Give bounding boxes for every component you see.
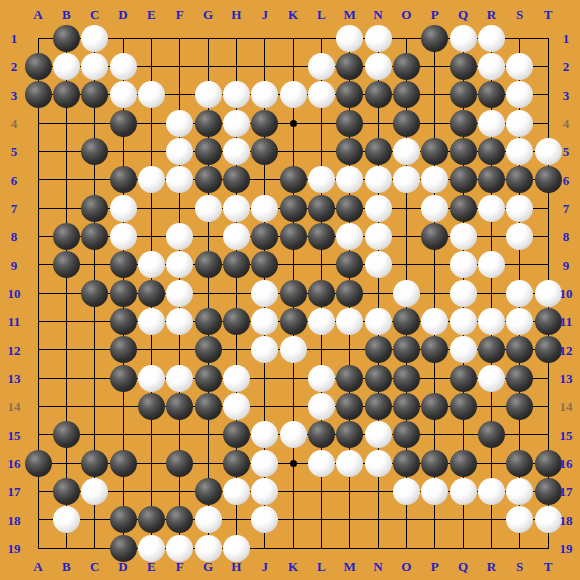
row-label-right-7: 7	[563, 202, 570, 215]
black-stone-N12	[365, 336, 392, 363]
white-stone-J16	[251, 450, 278, 477]
black-stone-R6	[478, 166, 505, 193]
black-stone-Q2	[450, 53, 477, 80]
black-stone-C8	[81, 223, 108, 250]
black-stone-Q6	[450, 166, 477, 193]
black-stone-D9	[110, 251, 137, 278]
white-stone-C2	[81, 53, 108, 80]
col-label-top-C: C	[90, 8, 99, 21]
white-stone-L6	[308, 166, 335, 193]
white-stone-S10	[506, 280, 533, 307]
row-label-left-16: 16	[8, 457, 21, 470]
white-stone-P6	[421, 166, 448, 193]
col-label-top-M: M	[344, 8, 356, 21]
black-stone-Q3	[450, 81, 477, 108]
white-stone-J10	[251, 280, 278, 307]
black-stone-M10	[336, 280, 363, 307]
white-stone-S7	[506, 195, 533, 222]
white-stone-S11	[506, 308, 533, 335]
white-stone-M1	[336, 25, 363, 52]
black-stone-G6	[195, 166, 222, 193]
white-stone-E11	[138, 308, 165, 335]
col-label-top-A: A	[33, 8, 42, 21]
row-label-left-15: 15	[8, 428, 21, 441]
col-label-top-N: N	[373, 8, 382, 21]
black-stone-P5	[421, 138, 448, 165]
black-stone-O14	[393, 393, 420, 420]
black-stone-O12	[393, 336, 420, 363]
black-stone-D4	[110, 110, 137, 137]
col-label-top-K: K	[288, 8, 298, 21]
white-stone-J17	[251, 478, 278, 505]
black-stone-T17	[535, 478, 562, 505]
black-stone-P8	[421, 223, 448, 250]
col-label-top-D: D	[118, 8, 127, 21]
row-label-right-14: 14	[560, 400, 573, 413]
row-label-left-8: 8	[11, 230, 18, 243]
black-stone-Q4	[450, 110, 477, 137]
white-stone-F4	[166, 110, 193, 137]
black-stone-J4	[251, 110, 278, 137]
black-stone-J8	[251, 223, 278, 250]
black-stone-D11	[110, 308, 137, 335]
black-stone-J9	[251, 251, 278, 278]
black-stone-S14	[506, 393, 533, 420]
white-stone-T5	[535, 138, 562, 165]
white-stone-J3	[251, 81, 278, 108]
row-label-left-6: 6	[11, 173, 18, 186]
white-stone-B18	[53, 506, 80, 533]
black-stone-P14	[421, 393, 448, 420]
col-label-bottom-K: K	[288, 560, 298, 573]
white-stone-S17	[506, 478, 533, 505]
black-stone-C3	[81, 81, 108, 108]
white-stone-O6	[393, 166, 420, 193]
white-stone-T10	[535, 280, 562, 307]
white-stone-K12	[280, 336, 307, 363]
black-stone-D6	[110, 166, 137, 193]
black-stone-Q5	[450, 138, 477, 165]
white-stone-Q9	[450, 251, 477, 278]
col-label-top-R: R	[487, 8, 496, 21]
col-label-bottom-O: O	[401, 560, 411, 573]
row-label-right-19: 19	[560, 542, 573, 555]
white-stone-M8	[336, 223, 363, 250]
col-label-bottom-C: C	[90, 560, 99, 573]
white-stone-R2	[478, 53, 505, 80]
black-stone-O13	[393, 365, 420, 392]
row-label-right-13: 13	[560, 372, 573, 385]
black-stone-P16	[421, 450, 448, 477]
row-label-right-3: 3	[563, 88, 570, 101]
row-label-right-15: 15	[560, 428, 573, 441]
white-stone-D2	[110, 53, 137, 80]
black-stone-S6	[506, 166, 533, 193]
white-stone-N9	[365, 251, 392, 278]
white-stone-K3	[280, 81, 307, 108]
white-stone-N2	[365, 53, 392, 80]
black-stone-O2	[393, 53, 420, 80]
black-stone-H16	[223, 450, 250, 477]
star-point-K4	[290, 120, 297, 127]
white-stone-H5	[223, 138, 250, 165]
white-stone-S8	[506, 223, 533, 250]
white-stone-J7	[251, 195, 278, 222]
black-stone-D10	[110, 280, 137, 307]
row-label-left-9: 9	[11, 258, 18, 271]
white-stone-D8	[110, 223, 137, 250]
white-stone-E3	[138, 81, 165, 108]
col-label-top-B: B	[62, 8, 71, 21]
star-point-K16	[290, 460, 297, 467]
black-stone-K11	[280, 308, 307, 335]
black-stone-M14	[336, 393, 363, 420]
black-stone-N13	[365, 365, 392, 392]
white-stone-L13	[308, 365, 335, 392]
col-label-bottom-B: B	[62, 560, 71, 573]
row-label-left-13: 13	[8, 372, 21, 385]
black-stone-R3	[478, 81, 505, 108]
white-stone-H13	[223, 365, 250, 392]
white-stone-G3	[195, 81, 222, 108]
white-stone-O5	[393, 138, 420, 165]
black-stone-A3	[25, 81, 52, 108]
black-stone-M9	[336, 251, 363, 278]
black-stone-A16	[25, 450, 52, 477]
white-stone-H14	[223, 393, 250, 420]
white-stone-E9	[138, 251, 165, 278]
white-stone-O17	[393, 478, 420, 505]
white-stone-S2	[506, 53, 533, 80]
black-stone-G13	[195, 365, 222, 392]
white-stone-M11	[336, 308, 363, 335]
row-label-left-1: 1	[11, 32, 18, 45]
black-stone-N14	[365, 393, 392, 420]
white-stone-N16	[365, 450, 392, 477]
row-label-right-11: 11	[560, 315, 572, 328]
white-stone-N6	[365, 166, 392, 193]
col-label-top-O: O	[401, 8, 411, 21]
white-stone-N1	[365, 25, 392, 52]
black-stone-D16	[110, 450, 137, 477]
black-stone-C7	[81, 195, 108, 222]
row-label-left-10: 10	[8, 287, 21, 300]
white-stone-J11	[251, 308, 278, 335]
col-label-bottom-N: N	[373, 560, 382, 573]
col-label-bottom-E: E	[147, 560, 156, 573]
white-stone-R9	[478, 251, 505, 278]
col-label-top-T: T	[544, 8, 553, 21]
white-stone-F5	[166, 138, 193, 165]
col-label-bottom-H: H	[231, 560, 241, 573]
black-stone-L8	[308, 223, 335, 250]
white-stone-F9	[166, 251, 193, 278]
row-label-right-17: 17	[560, 485, 573, 498]
row-label-left-14: 14	[8, 400, 21, 413]
white-stone-E13	[138, 365, 165, 392]
black-stone-C5	[81, 138, 108, 165]
white-stone-L11	[308, 308, 335, 335]
black-stone-T6	[535, 166, 562, 193]
row-label-left-5: 5	[11, 145, 18, 158]
black-stone-S12	[506, 336, 533, 363]
white-stone-N7	[365, 195, 392, 222]
white-stone-S18	[506, 506, 533, 533]
black-stone-D12	[110, 336, 137, 363]
black-stone-E18	[138, 506, 165, 533]
white-stone-S5	[506, 138, 533, 165]
col-label-top-G: G	[203, 8, 213, 21]
black-stone-T11	[535, 308, 562, 335]
black-stone-S16	[506, 450, 533, 477]
col-label-bottom-A: A	[33, 560, 42, 573]
black-stone-M13	[336, 365, 363, 392]
white-stone-F19	[166, 535, 193, 562]
white-stone-R11	[478, 308, 505, 335]
white-stone-R1	[478, 25, 505, 52]
white-stone-R7	[478, 195, 505, 222]
black-stone-G11	[195, 308, 222, 335]
black-stone-M2	[336, 53, 363, 80]
col-label-bottom-P: P	[431, 560, 439, 573]
black-stone-H15	[223, 421, 250, 448]
white-stone-P7	[421, 195, 448, 222]
row-label-right-5: 5	[563, 145, 570, 158]
row-label-left-11: 11	[8, 315, 20, 328]
white-stone-Q1	[450, 25, 477, 52]
row-label-right-10: 10	[560, 287, 573, 300]
row-label-right-4: 4	[563, 117, 570, 130]
white-stone-F11	[166, 308, 193, 335]
row-label-left-18: 18	[8, 513, 21, 526]
black-stone-T12	[535, 336, 562, 363]
white-stone-J12	[251, 336, 278, 363]
col-label-bottom-M: M	[344, 560, 356, 573]
white-stone-F6	[166, 166, 193, 193]
black-stone-J5	[251, 138, 278, 165]
row-label-right-2: 2	[563, 60, 570, 73]
row-label-left-4: 4	[11, 117, 18, 130]
white-stone-Q17	[450, 478, 477, 505]
black-stone-O3	[393, 81, 420, 108]
black-stone-O16	[393, 450, 420, 477]
black-stone-B17	[53, 478, 80, 505]
row-label-right-6: 6	[563, 173, 570, 186]
white-stone-F13	[166, 365, 193, 392]
black-stone-Q14	[450, 393, 477, 420]
black-stone-F16	[166, 450, 193, 477]
white-stone-F8	[166, 223, 193, 250]
col-label-bottom-F: F	[176, 560, 184, 573]
black-stone-O15	[393, 421, 420, 448]
white-stone-H4	[223, 110, 250, 137]
col-label-bottom-Q: Q	[458, 560, 468, 573]
white-stone-Q12	[450, 336, 477, 363]
black-stone-G12	[195, 336, 222, 363]
col-label-top-F: F	[176, 8, 184, 21]
col-label-bottom-T: T	[544, 560, 553, 573]
white-stone-E6	[138, 166, 165, 193]
white-stone-K15	[280, 421, 307, 448]
white-stone-T18	[535, 506, 562, 533]
white-stone-B2	[53, 53, 80, 80]
white-stone-Q11	[450, 308, 477, 335]
black-stone-Q13	[450, 365, 477, 392]
black-stone-P1	[421, 25, 448, 52]
black-stone-D18	[110, 506, 137, 533]
white-stone-L2	[308, 53, 335, 80]
black-stone-L7	[308, 195, 335, 222]
black-stone-G5	[195, 138, 222, 165]
go-board[interactable]: AABBCCDDEEFFGGHHJJKKLLMMNNOOPPQQRRSSTT11…	[0, 0, 580, 580]
white-stone-H3	[223, 81, 250, 108]
row-label-left-3: 3	[11, 88, 18, 101]
white-stone-J15	[251, 421, 278, 448]
black-stone-D19	[110, 535, 137, 562]
black-stone-M15	[336, 421, 363, 448]
col-label-top-J: J	[261, 8, 268, 21]
white-stone-P11	[421, 308, 448, 335]
col-label-bottom-J: J	[261, 560, 268, 573]
black-stone-H11	[223, 308, 250, 335]
white-stone-G18	[195, 506, 222, 533]
white-stone-Q8	[450, 223, 477, 250]
white-stone-H8	[223, 223, 250, 250]
white-stone-R17	[478, 478, 505, 505]
white-stone-R4	[478, 110, 505, 137]
black-stone-H9	[223, 251, 250, 278]
black-stone-Q16	[450, 450, 477, 477]
white-stone-L16	[308, 450, 335, 477]
black-stone-B3	[53, 81, 80, 108]
col-label-top-L: L	[317, 8, 326, 21]
black-stone-E10	[138, 280, 165, 307]
white-stone-M6	[336, 166, 363, 193]
row-label-left-7: 7	[11, 202, 18, 215]
white-stone-S3	[506, 81, 533, 108]
white-stone-R13	[478, 365, 505, 392]
black-stone-R15	[478, 421, 505, 448]
col-label-top-H: H	[231, 8, 241, 21]
black-stone-D13	[110, 365, 137, 392]
col-label-bottom-S: S	[516, 560, 523, 573]
black-stone-G14	[195, 393, 222, 420]
white-stone-C17	[81, 478, 108, 505]
white-stone-H17	[223, 478, 250, 505]
row-label-right-9: 9	[563, 258, 570, 271]
black-stone-R5	[478, 138, 505, 165]
white-stone-Q10	[450, 280, 477, 307]
white-stone-F10	[166, 280, 193, 307]
black-stone-L15	[308, 421, 335, 448]
black-stone-N5	[365, 138, 392, 165]
black-stone-E14	[138, 393, 165, 420]
black-stone-G4	[195, 110, 222, 137]
black-stone-C10	[81, 280, 108, 307]
white-stone-G7	[195, 195, 222, 222]
white-stone-D3	[110, 81, 137, 108]
black-stone-B1	[53, 25, 80, 52]
white-stone-L14	[308, 393, 335, 420]
white-stone-P17	[421, 478, 448, 505]
white-stone-D7	[110, 195, 137, 222]
black-stone-B9	[53, 251, 80, 278]
row-label-right-12: 12	[560, 343, 573, 356]
row-label-right-18: 18	[560, 513, 573, 526]
white-stone-H19	[223, 535, 250, 562]
col-label-top-S: S	[516, 8, 523, 21]
black-stone-S13	[506, 365, 533, 392]
col-label-bottom-G: G	[203, 560, 213, 573]
black-stone-K8	[280, 223, 307, 250]
black-stone-T16	[535, 450, 562, 477]
row-label-left-12: 12	[8, 343, 21, 356]
row-label-right-8: 8	[563, 230, 570, 243]
white-stone-H7	[223, 195, 250, 222]
black-stone-R12	[478, 336, 505, 363]
black-stone-K10	[280, 280, 307, 307]
black-stone-G17	[195, 478, 222, 505]
black-stone-B8	[53, 223, 80, 250]
col-label-top-E: E	[147, 8, 156, 21]
black-stone-Q7	[450, 195, 477, 222]
black-stone-K7	[280, 195, 307, 222]
black-stone-F18	[166, 506, 193, 533]
col-label-top-Q: Q	[458, 8, 468, 21]
black-stone-K6	[280, 166, 307, 193]
white-stone-C1	[81, 25, 108, 52]
black-stone-P12	[421, 336, 448, 363]
black-stone-M3	[336, 81, 363, 108]
white-stone-N11	[365, 308, 392, 335]
white-stone-M16	[336, 450, 363, 477]
row-label-left-17: 17	[8, 485, 21, 498]
row-label-left-19: 19	[8, 542, 21, 555]
row-label-right-16: 16	[560, 457, 573, 470]
white-stone-E19	[138, 535, 165, 562]
black-stone-C16	[81, 450, 108, 477]
row-label-right-1: 1	[563, 32, 570, 45]
black-stone-L10	[308, 280, 335, 307]
black-stone-M5	[336, 138, 363, 165]
white-stone-S4	[506, 110, 533, 137]
white-stone-N15	[365, 421, 392, 448]
black-stone-A2	[25, 53, 52, 80]
black-stone-M7	[336, 195, 363, 222]
col-label-bottom-L: L	[317, 560, 326, 573]
col-label-top-P: P	[431, 8, 439, 21]
col-label-bottom-R: R	[487, 560, 496, 573]
col-label-bottom-D: D	[118, 560, 127, 573]
white-stone-N8	[365, 223, 392, 250]
black-stone-H6	[223, 166, 250, 193]
white-stone-G19	[195, 535, 222, 562]
white-stone-J18	[251, 506, 278, 533]
black-stone-M4	[336, 110, 363, 137]
white-stone-O10	[393, 280, 420, 307]
black-stone-O4	[393, 110, 420, 137]
black-stone-N3	[365, 81, 392, 108]
white-stone-L3	[308, 81, 335, 108]
black-stone-G9	[195, 251, 222, 278]
black-stone-B15	[53, 421, 80, 448]
black-stone-F14	[166, 393, 193, 420]
row-label-left-2: 2	[11, 60, 18, 73]
black-stone-O11	[393, 308, 420, 335]
